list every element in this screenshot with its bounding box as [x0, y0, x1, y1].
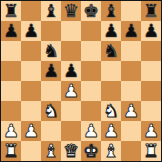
piece-black-pawn[interactable]: ♟	[63, 61, 79, 81]
piece-black-king[interactable]: ♚	[83, 1, 99, 21]
square-a7[interactable]: ♟	[1, 21, 21, 41]
square-c8[interactable]: ♝	[41, 1, 61, 21]
piece-black-pawn[interactable]: ♟	[123, 21, 139, 41]
piece-white-knight[interactable]: ♞	[43, 101, 59, 121]
square-f6[interactable]: ♞	[101, 41, 121, 61]
square-h4[interactable]	[141, 81, 161, 101]
piece-white-pawn[interactable]: ♟	[3, 121, 19, 141]
piece-white-bishop[interactable]: ♝	[103, 141, 119, 161]
square-e8[interactable]: ♚	[81, 1, 101, 21]
square-b3[interactable]	[21, 101, 41, 121]
piece-black-bishop[interactable]: ♝	[103, 1, 119, 21]
square-b4[interactable]	[21, 81, 41, 101]
piece-white-rook[interactable]: ♜	[143, 141, 159, 161]
square-e5[interactable]	[81, 61, 101, 81]
square-f2[interactable]: ♟	[101, 121, 121, 141]
square-c7[interactable]	[41, 21, 61, 41]
square-g4[interactable]	[121, 81, 141, 101]
piece-white-king[interactable]: ♚	[83, 141, 99, 161]
piece-black-knight[interactable]: ♞	[103, 41, 119, 61]
square-b1[interactable]	[21, 141, 41, 161]
square-c4[interactable]	[41, 81, 61, 101]
square-g7[interactable]: ♟	[121, 21, 141, 41]
square-f8[interactable]: ♝	[101, 1, 121, 21]
square-d2[interactable]	[61, 121, 81, 141]
square-e6[interactable]	[81, 41, 101, 61]
square-b6[interactable]	[21, 41, 41, 61]
square-a2[interactable]: ♟	[1, 121, 21, 141]
square-b7[interactable]: ♟	[21, 21, 41, 41]
square-d4[interactable]: ♟	[61, 81, 81, 101]
square-c2[interactable]	[41, 121, 61, 141]
square-g3[interactable]: ♟	[121, 101, 141, 121]
piece-white-rook[interactable]: ♜	[3, 141, 19, 161]
square-e7[interactable]	[81, 21, 101, 41]
square-e1[interactable]: ♚	[81, 141, 101, 161]
chess-board-wrapper: ♜♝♛♚♝♜♟♟♟♟♟♞♞♟♟♟♞♞♟♟♟♟♟♟♜♝♛♚♝♜	[0, 0, 162, 162]
square-a4[interactable]	[1, 81, 21, 101]
square-a1[interactable]: ♜	[1, 141, 21, 161]
square-c3[interactable]: ♞	[41, 101, 61, 121]
piece-black-pawn[interactable]: ♟	[143, 21, 159, 41]
square-a6[interactable]	[1, 41, 21, 61]
square-h8[interactable]: ♜	[141, 1, 161, 21]
square-f4[interactable]	[101, 81, 121, 101]
square-h6[interactable]	[141, 41, 161, 61]
piece-white-pawn[interactable]: ♟	[123, 101, 139, 121]
piece-white-queen[interactable]: ♛	[63, 141, 79, 161]
square-b2[interactable]: ♟	[21, 121, 41, 141]
piece-black-rook[interactable]: ♜	[3, 1, 19, 21]
piece-black-pawn[interactable]: ♟	[43, 61, 59, 81]
square-c6[interactable]: ♞	[41, 41, 61, 61]
square-d3[interactable]	[61, 101, 81, 121]
square-d7[interactable]	[61, 21, 81, 41]
square-h3[interactable]	[141, 101, 161, 121]
square-g5[interactable]	[121, 61, 141, 81]
square-h5[interactable]	[141, 61, 161, 81]
square-g8[interactable]	[121, 1, 141, 21]
square-d1[interactable]: ♛	[61, 141, 81, 161]
square-b8[interactable]	[21, 1, 41, 21]
square-g1[interactable]	[121, 141, 141, 161]
piece-white-pawn[interactable]: ♟	[103, 121, 119, 141]
square-a8[interactable]: ♜	[1, 1, 21, 21]
square-f1[interactable]: ♝	[101, 141, 121, 161]
square-c1[interactable]: ♝	[41, 141, 61, 161]
square-d8[interactable]: ♛	[61, 1, 81, 21]
piece-black-pawn[interactable]: ♟	[103, 21, 119, 41]
square-c5[interactable]: ♟	[41, 61, 61, 81]
piece-black-pawn[interactable]: ♟	[3, 21, 19, 41]
piece-black-bishop[interactable]: ♝	[43, 1, 59, 21]
piece-white-knight[interactable]: ♞	[103, 101, 119, 121]
square-g6[interactable]	[121, 41, 141, 61]
square-f7[interactable]: ♟	[101, 21, 121, 41]
piece-black-queen[interactable]: ♛	[63, 1, 79, 21]
square-f3[interactable]: ♞	[101, 101, 121, 121]
piece-white-pawn[interactable]: ♟	[63, 81, 79, 101]
square-d6[interactable]	[61, 41, 81, 61]
square-d5[interactable]: ♟	[61, 61, 81, 81]
chess-board: ♜♝♛♚♝♜♟♟♟♟♟♞♞♟♟♟♞♞♟♟♟♟♟♟♜♝♛♚♝♜	[0, 0, 162, 162]
piece-white-pawn[interactable]: ♟	[143, 121, 159, 141]
square-e4[interactable]	[81, 81, 101, 101]
square-h1[interactable]: ♜	[141, 141, 161, 161]
square-b5[interactable]	[21, 61, 41, 81]
piece-black-pawn[interactable]: ♟	[23, 21, 39, 41]
piece-white-pawn[interactable]: ♟	[23, 121, 39, 141]
piece-black-rook[interactable]: ♜	[143, 1, 159, 21]
square-a5[interactable]	[1, 61, 21, 81]
piece-black-knight[interactable]: ♞	[43, 41, 59, 61]
piece-white-bishop[interactable]: ♝	[43, 141, 59, 161]
piece-white-pawn[interactable]: ♟	[83, 121, 99, 141]
square-h7[interactable]: ♟	[141, 21, 161, 41]
square-h2[interactable]: ♟	[141, 121, 161, 141]
square-e2[interactable]: ♟	[81, 121, 101, 141]
square-a3[interactable]	[1, 101, 21, 121]
square-f5[interactable]	[101, 61, 121, 81]
square-g2[interactable]	[121, 121, 141, 141]
square-e3[interactable]	[81, 101, 101, 121]
